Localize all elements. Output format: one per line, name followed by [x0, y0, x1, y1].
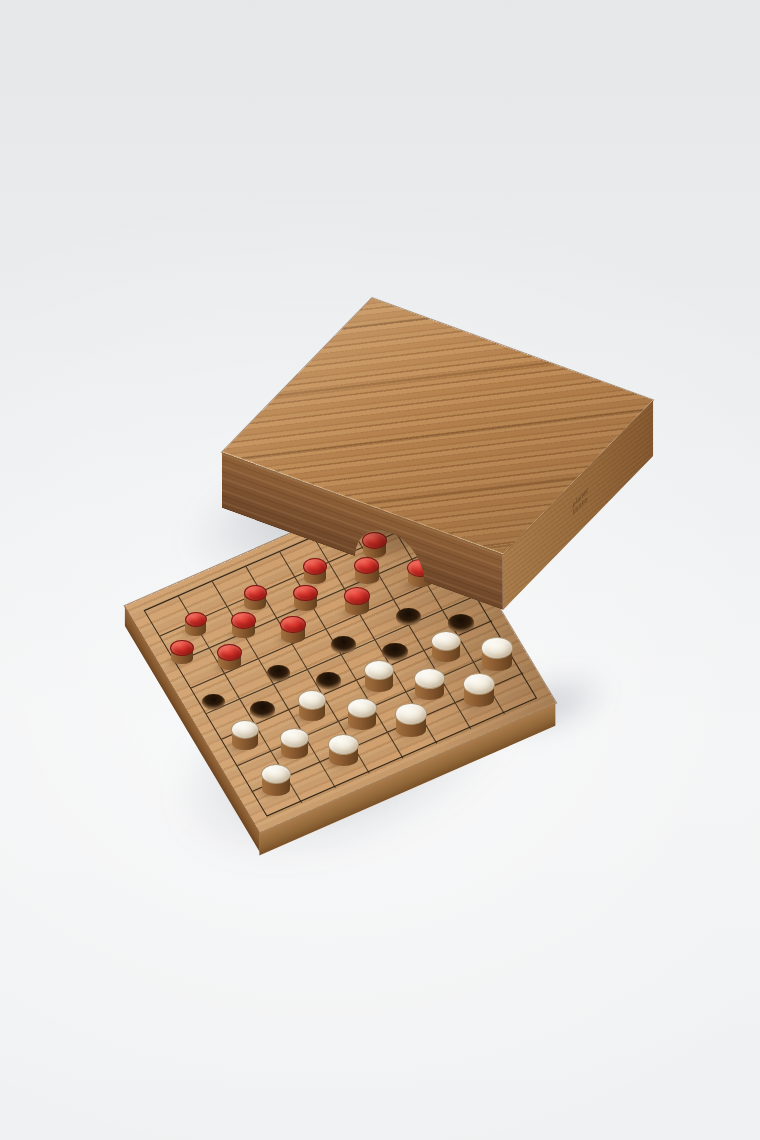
- white-peg-cap: [431, 631, 461, 651]
- red-peg-cap: [244, 585, 267, 601]
- red-peg-cap: [293, 585, 318, 602]
- empty-hole-r4c7[interactable]: [448, 614, 474, 632]
- white-peg-cap: [280, 728, 309, 748]
- empty-hole-r3c2[interactable]: [267, 665, 291, 681]
- red-peg-cap: [170, 640, 194, 656]
- empty-hole-r3c0[interactable]: [202, 694, 225, 710]
- white-peg-cap: [481, 637, 513, 658]
- empty-hole-r4c5[interactable]: [382, 643, 408, 660]
- piece-layer: [0, 0, 760, 1140]
- empty-hole-r3c4[interactable]: [331, 636, 355, 653]
- white-peg-cap: [328, 734, 359, 755]
- white-peg-cap: [395, 703, 427, 725]
- empty-hole-r3c6[interactable]: [396, 608, 421, 625]
- red-peg-cap: [344, 587, 370, 605]
- brand-stamp: planet finska: [573, 486, 588, 516]
- white-peg-cap: [298, 690, 327, 709]
- red-peg-cap: [231, 612, 255, 628]
- product-photo-scene: planet finska: [0, 0, 760, 1140]
- red-peg-cap: [280, 616, 306, 633]
- empty-hole-r4c3[interactable]: [316, 672, 341, 689]
- red-peg-cap: [303, 558, 327, 574]
- white-peg-cap: [463, 673, 495, 695]
- empty-hole-r4c1[interactable]: [250, 701, 274, 718]
- white-peg-cap: [414, 668, 445, 689]
